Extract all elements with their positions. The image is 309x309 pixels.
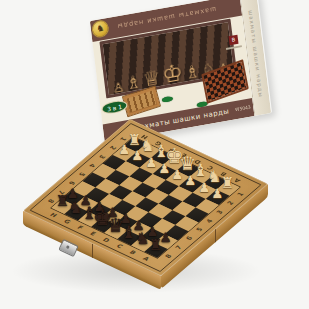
coordinate-label: A (233, 177, 242, 183)
coordinate-label: 5 (77, 171, 86, 176)
coordinate-label: 6 (185, 236, 194, 241)
badge-3-in-1: 3 в 1 (102, 100, 127, 114)
coordinate-label: D (101, 237, 110, 243)
photo-piece-icon: ♙ (112, 81, 125, 95)
coordinate-label: G (62, 219, 71, 225)
badge-3-in-1-label: 3 в 1 (107, 103, 123, 113)
coordinate-label: A (141, 256, 150, 262)
brand-logo-letter: B (232, 37, 236, 43)
coordinate-label: 2 (226, 201, 235, 206)
coordinate-label: F (76, 225, 84, 231)
knight-crest-icon: ♞ (96, 24, 105, 34)
photo-piece-icon: ♔ (161, 61, 184, 85)
coordinate-label: 3 (97, 154, 106, 159)
coordinate-label: 3 (216, 209, 225, 214)
coordinate-label: 7 (175, 245, 184, 250)
packaging-box: шахматы шашки нарды ♞ ♙♗♕♔♗♘♙ 3 в 1 B ша… (90, 0, 272, 142)
coordinate-label: 4 (205, 218, 214, 223)
coordinate-label: 6 (66, 180, 75, 185)
coordinate-label: E (181, 152, 189, 158)
coordinate-label: E (89, 231, 97, 237)
coordinate-label: 8 (164, 254, 173, 259)
coordinate-label: 8 (46, 198, 55, 203)
fold-seam (215, 229, 216, 243)
coordinate-label: B (128, 250, 137, 256)
box-front-face: шахматы шашки нарды ♞ ♙♗♕♔♗♘♙ 3 в 1 B ша… (90, 0, 255, 142)
coordinate-label: G (154, 140, 163, 146)
fold-seam (92, 243, 93, 257)
photo-piece-icon: ♗ (184, 64, 201, 82)
coordinate-label: 7 (56, 189, 65, 194)
coordinate-label: C (207, 164, 216, 170)
coordinate-label: B (220, 171, 229, 177)
coordinate-label: 4 (87, 162, 96, 167)
coordinate-label: D (193, 158, 202, 164)
product-photo: шахматы шашки нарды ♞ ♙♗♕♔♗♘♙ 3 в 1 B ша… (0, 0, 309, 309)
box-item-code: W5043 (235, 105, 251, 113)
coordinate-label: C (115, 243, 124, 249)
coordinate-label: H (141, 133, 150, 139)
coordinate-label: 5 (195, 227, 204, 232)
brand-logo: B (229, 35, 239, 46)
coordinate-label: F (168, 146, 176, 152)
coordinate-label: 1 (118, 136, 127, 141)
green-badge-icon (162, 96, 173, 103)
coordinate-label: 2 (108, 145, 117, 150)
coordinate-label: H (49, 212, 58, 218)
coordinate-label: 1 (236, 192, 245, 197)
